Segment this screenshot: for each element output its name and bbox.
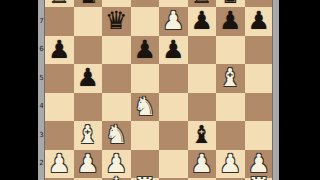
square-g4[interactable] <box>216 93 245 122</box>
square-g6[interactable] <box>216 36 245 65</box>
square-c5[interactable] <box>102 64 131 93</box>
square-d7[interactable] <box>131 7 160 36</box>
square-c6[interactable] <box>102 36 131 65</box>
square-c4[interactable] <box>102 93 131 122</box>
rank-label-4: 4 <box>38 103 45 110</box>
square-b7[interactable] <box>74 7 103 36</box>
piece-white-bishop-g5[interactable]: ♝ <box>216 64 245 93</box>
square-h4[interactable] <box>245 93 274 122</box>
square-a4[interactable] <box>45 93 74 122</box>
square-e5[interactable] <box>159 64 188 93</box>
piece-white-pawn-g2[interactable]: ♟ <box>216 150 245 179</box>
piece-white-rook-h1[interactable]: ♜ <box>245 173 274 180</box>
square-b4[interactable] <box>74 93 103 122</box>
square-f4[interactable] <box>188 93 217 122</box>
board-viewport: ♜♞♜♚♛♟♟♟♟♟♟♟♟♝♞♝♞♝♟♟♟♟♟♟♚♜♜ <box>45 0 273 180</box>
piece-black-pawn-f7[interactable]: ♟ <box>188 7 217 36</box>
chess-diagram-screenshot: 87654321 ♜♞♜♚♛♟♟♟♟♟♟♟♟♝♞♝♞♝♟♟♟♟♟♟♚♜♜ <box>0 0 320 180</box>
letterbox-left <box>0 0 38 180</box>
piece-white-bishop-b3[interactable]: ♝ <box>74 121 103 150</box>
square-a7[interactable] <box>45 7 74 36</box>
piece-white-king-c1[interactable]: ♚ <box>102 173 131 180</box>
right-frame-strip <box>272 0 279 180</box>
piece-black-pawn-a6[interactable]: ♟ <box>45 36 74 65</box>
square-f1[interactable] <box>188 178 217 180</box>
square-b6[interactable] <box>74 36 103 65</box>
square-h6[interactable] <box>245 36 274 65</box>
square-f6[interactable] <box>188 36 217 65</box>
rank-label-5: 5 <box>38 75 45 82</box>
piece-white-knight-d4[interactable]: ♞ <box>131 93 160 122</box>
rank-label-7: 7 <box>38 18 45 25</box>
piece-white-knight-c3[interactable]: ♞ <box>102 121 131 150</box>
square-a1[interactable] <box>45 178 74 180</box>
piece-white-pawn-a2[interactable]: ♟ <box>45 150 74 179</box>
square-f5[interactable] <box>188 64 217 93</box>
square-b1[interactable] <box>74 178 103 180</box>
square-g1[interactable] <box>216 178 245 180</box>
rank-coordinate-strip: 87654321 <box>38 0 45 180</box>
square-a3[interactable] <box>45 121 74 150</box>
piece-black-knight-b8[interactable]: ♞ <box>74 0 103 9</box>
piece-white-pawn-e7[interactable]: ♟ <box>159 7 188 36</box>
piece-black-pawn-b5[interactable]: ♟ <box>74 64 103 93</box>
square-d3[interactable] <box>131 121 160 150</box>
chess-board[interactable]: ♜♞♜♚♛♟♟♟♟♟♟♟♟♝♞♝♞♝♟♟♟♟♟♟♚♜♜ <box>45 0 273 180</box>
rank-label-3: 3 <box>38 132 45 139</box>
square-e2[interactable] <box>159 150 188 179</box>
piece-black-pawn-h7[interactable]: ♟ <box>245 7 274 36</box>
piece-black-pawn-e6[interactable]: ♟ <box>159 36 188 65</box>
square-d5[interactable] <box>131 64 160 93</box>
square-h5[interactable] <box>245 64 274 93</box>
piece-black-rook-a8[interactable]: ♜ <box>45 0 74 9</box>
square-e4[interactable] <box>159 93 188 122</box>
square-h3[interactable] <box>245 121 274 150</box>
piece-black-queen-c7[interactable]: ♛ <box>102 7 131 36</box>
letterbox-right <box>279 0 320 180</box>
square-e1[interactable] <box>159 178 188 180</box>
rank-label-6: 6 <box>38 46 45 53</box>
piece-white-pawn-f2[interactable]: ♟ <box>188 150 217 179</box>
square-g3[interactable] <box>216 121 245 150</box>
rank-label-2: 2 <box>38 160 45 167</box>
piece-black-bishop-f3[interactable]: ♝ <box>188 121 217 150</box>
piece-white-pawn-b2[interactable]: ♟ <box>74 150 103 179</box>
square-d8[interactable] <box>131 0 160 7</box>
square-a5[interactable] <box>45 64 74 93</box>
square-e3[interactable] <box>159 121 188 150</box>
piece-black-pawn-g7[interactable]: ♟ <box>216 7 245 36</box>
piece-white-rook-d1[interactable]: ♜ <box>131 173 160 180</box>
piece-black-pawn-d6[interactable]: ♟ <box>131 36 160 65</box>
